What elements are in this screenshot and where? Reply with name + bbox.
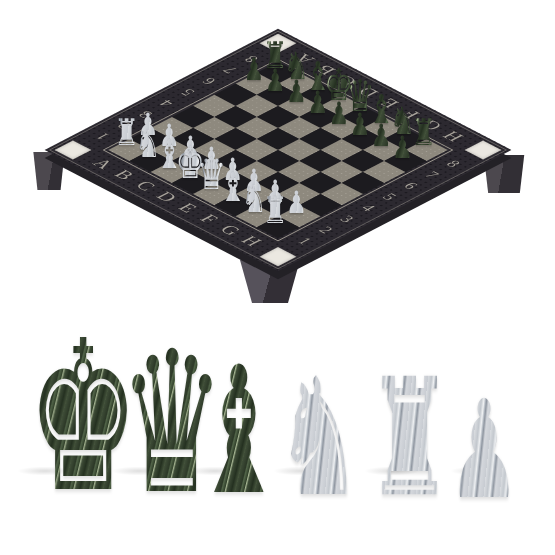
board-pieces: ♜♞♟♝♟♚♟♛♟♝♟♞♟♟♜♟♟♜♟♟♞♟♝♟♚♟♛♟♝♟♞♜ [45,29,512,272]
rook-glyph: ♜ [259,192,292,229]
showcase-grey-pawn: ♟ [423,388,533,513]
showcase: ♚♛♝♞♜♟ [0,330,555,555]
pawn-glyph: ♟ [386,132,419,163]
marble-chess-set-photo: AABBCCDDEEFFGGHH8877665544332211 ♜♞♟♝♟♚♟… [0,0,555,555]
chess-board: AABBCCDDEEFFGGHH8877665544332211 ♜♞♟♝♟♚♟… [45,29,512,272]
grey-pawn-glyph: ♟ [447,388,520,513]
board-scene: AABBCCDDEEFFGGHH8877665544332211 ♜♞♟♝♟♚♟… [0,0,555,330]
